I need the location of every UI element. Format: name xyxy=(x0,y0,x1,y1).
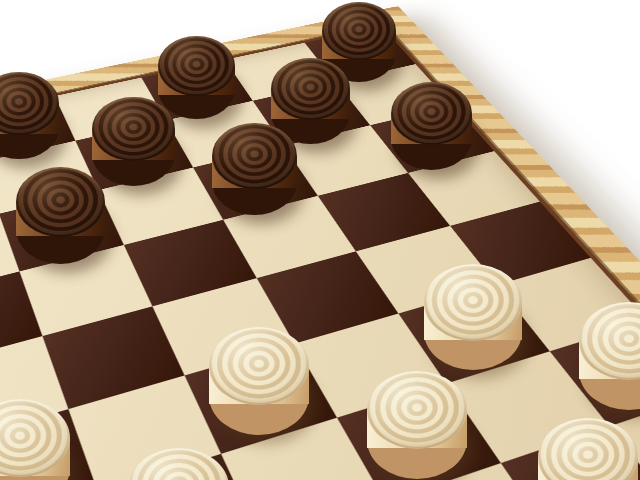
light-piece[interactable] xyxy=(0,399,70,480)
dark-piece[interactable] xyxy=(0,72,59,159)
light-piece[interactable] xyxy=(538,418,638,480)
dark-piece[interactable] xyxy=(391,82,473,170)
photo-stage xyxy=(0,0,640,480)
dark-piece[interactable] xyxy=(212,123,297,215)
light-piece[interactable] xyxy=(209,327,309,435)
piece-top-rings xyxy=(322,2,396,60)
light-piece[interactable] xyxy=(129,448,229,480)
piece-top-rings xyxy=(209,327,309,405)
piece-top-rings xyxy=(129,448,229,480)
dark-piece[interactable] xyxy=(16,167,106,264)
piece-top-rings xyxy=(158,36,235,96)
light-piece[interactable] xyxy=(367,371,467,479)
piece-top-rings xyxy=(92,97,175,162)
piece-top-rings xyxy=(16,167,106,237)
piece-top-rings xyxy=(212,123,297,190)
piece-top-rings xyxy=(538,418,638,480)
light-piece[interactable] xyxy=(424,264,523,371)
pieces-layer xyxy=(0,0,640,480)
piece-top-rings xyxy=(367,371,467,449)
piece-top-rings xyxy=(391,82,473,146)
light-piece[interactable] xyxy=(579,302,640,410)
piece-top-rings xyxy=(271,58,350,120)
piece-top-rings xyxy=(424,264,523,341)
